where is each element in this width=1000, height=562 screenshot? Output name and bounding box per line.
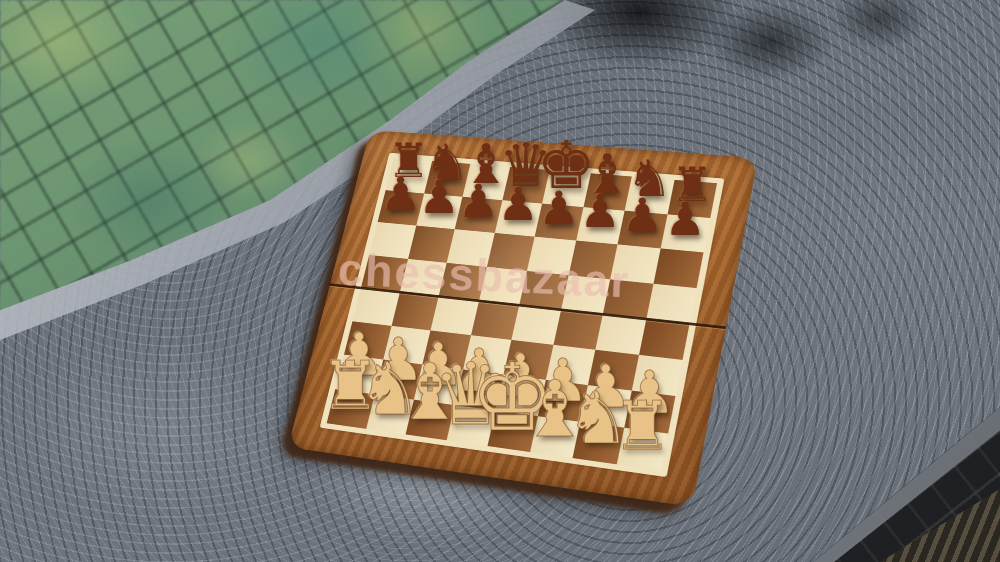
square-h6 (653, 248, 703, 287)
square-f7 (576, 207, 625, 245)
square-h1 (616, 427, 668, 470)
square-g2 (580, 385, 631, 427)
square-h7 (660, 214, 710, 253)
square-g4 (595, 314, 645, 354)
square-f4 (553, 309, 603, 349)
square-g1 (573, 421, 624, 464)
square-g8 (625, 177, 674, 214)
square-f8 (583, 173, 632, 210)
product-photo-chess-set: { "game": "chess", "position": { "fen": … (0, 0, 1000, 562)
square-h5 (646, 283, 697, 323)
square-h2 (624, 391, 676, 434)
square-h3 (631, 354, 682, 396)
square-f1 (530, 416, 581, 458)
square-h4 (639, 319, 690, 360)
board-grid (327, 158, 717, 471)
square-f2 (538, 380, 588, 422)
square-h8 (667, 180, 717, 218)
square-g3 (588, 349, 639, 390)
chess-board (288, 130, 758, 507)
square-g7 (618, 210, 668, 248)
square-f3 (545, 344, 595, 385)
